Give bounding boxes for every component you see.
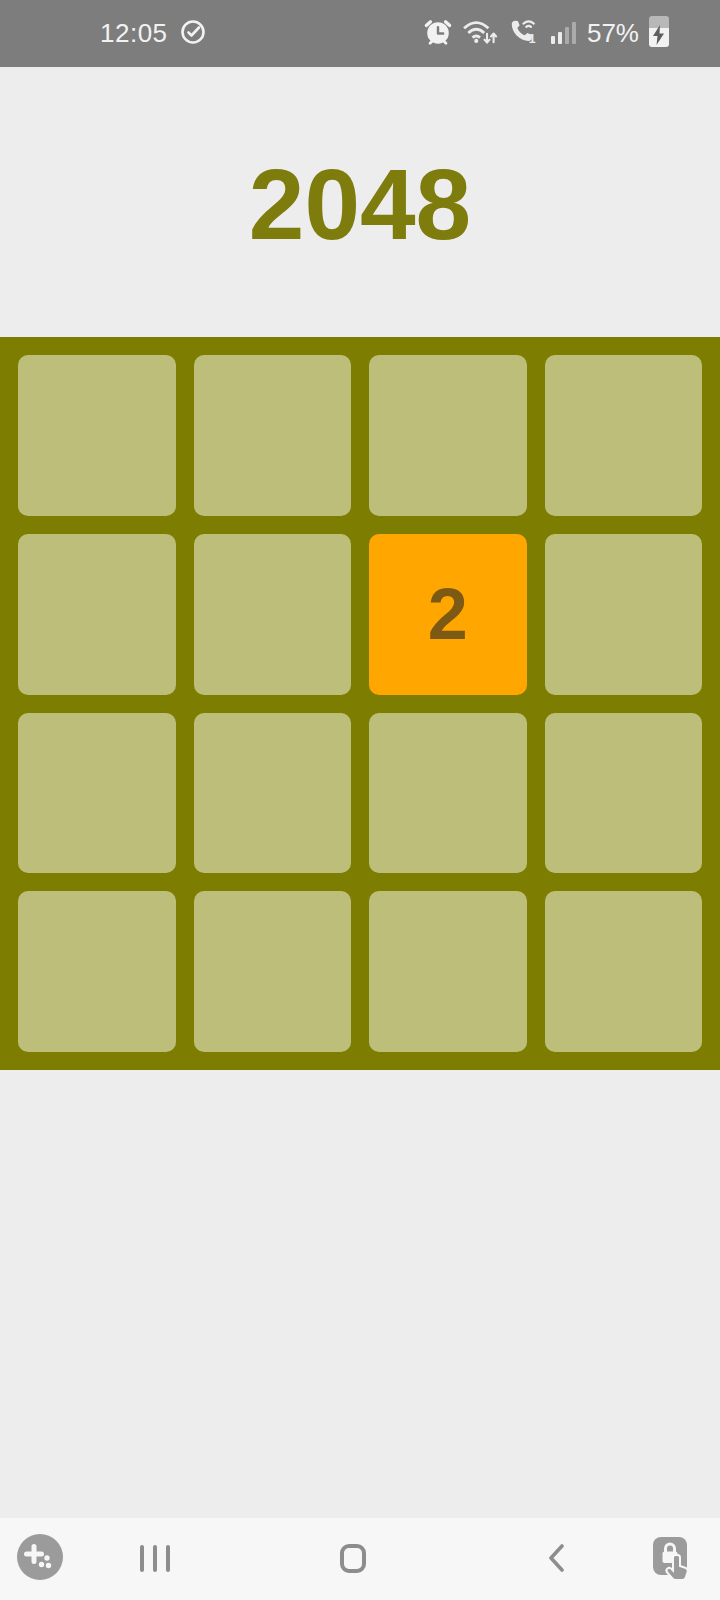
phone-screen: 12:05 [0, 0, 720, 1600]
board-cell [18, 355, 176, 516]
board-cell [194, 891, 352, 1052]
board-cell [18, 713, 176, 874]
signal-strength-icon [548, 17, 578, 51]
back-icon [545, 1560, 569, 1575]
board-cell [194, 713, 352, 874]
board-cell [545, 713, 703, 874]
page-title: 2048 [0, 154, 720, 254]
board-cell [369, 713, 527, 874]
alarm-icon [423, 17, 453, 51]
recents-icon [140, 1545, 144, 1572]
board-cell [194, 534, 352, 695]
board-cell [369, 355, 527, 516]
wifi-activity-icon [462, 17, 498, 51]
board-cell [18, 891, 176, 1052]
status-bar: 12:05 [0, 0, 720, 67]
status-bar-left: 12:05 [100, 18, 206, 49]
tile-2: 2 [369, 534, 527, 695]
board-cell [369, 891, 527, 1052]
board-cell [545, 534, 703, 695]
touch-protection-button[interactable] [650, 1535, 696, 1587]
board-cell [18, 534, 176, 695]
svg-text:1: 1 [529, 32, 536, 46]
board-cell [545, 355, 703, 516]
board-cell [545, 891, 703, 1052]
board-cell [194, 355, 352, 516]
reminder-check-icon [180, 19, 206, 49]
game-board[interactable]: 2 [0, 337, 720, 1070]
touch-protection-lock-icon [650, 1575, 696, 1590]
wifi-calling-icon: 1 [507, 17, 539, 51]
recents-button[interactable] [140, 1545, 170, 1572]
gamepad-icon [17, 1568, 63, 1583]
home-button[interactable] [340, 1544, 366, 1573]
back-button[interactable] [545, 1544, 569, 1572]
battery-charging-icon [648, 16, 670, 52]
status-bar-right: 1 57% [423, 16, 670, 52]
game-launcher-button[interactable] [17, 1534, 63, 1580]
navigation-bar [0, 1518, 720, 1600]
clock: 12:05 [100, 18, 168, 49]
battery-percent: 57% [587, 18, 639, 49]
